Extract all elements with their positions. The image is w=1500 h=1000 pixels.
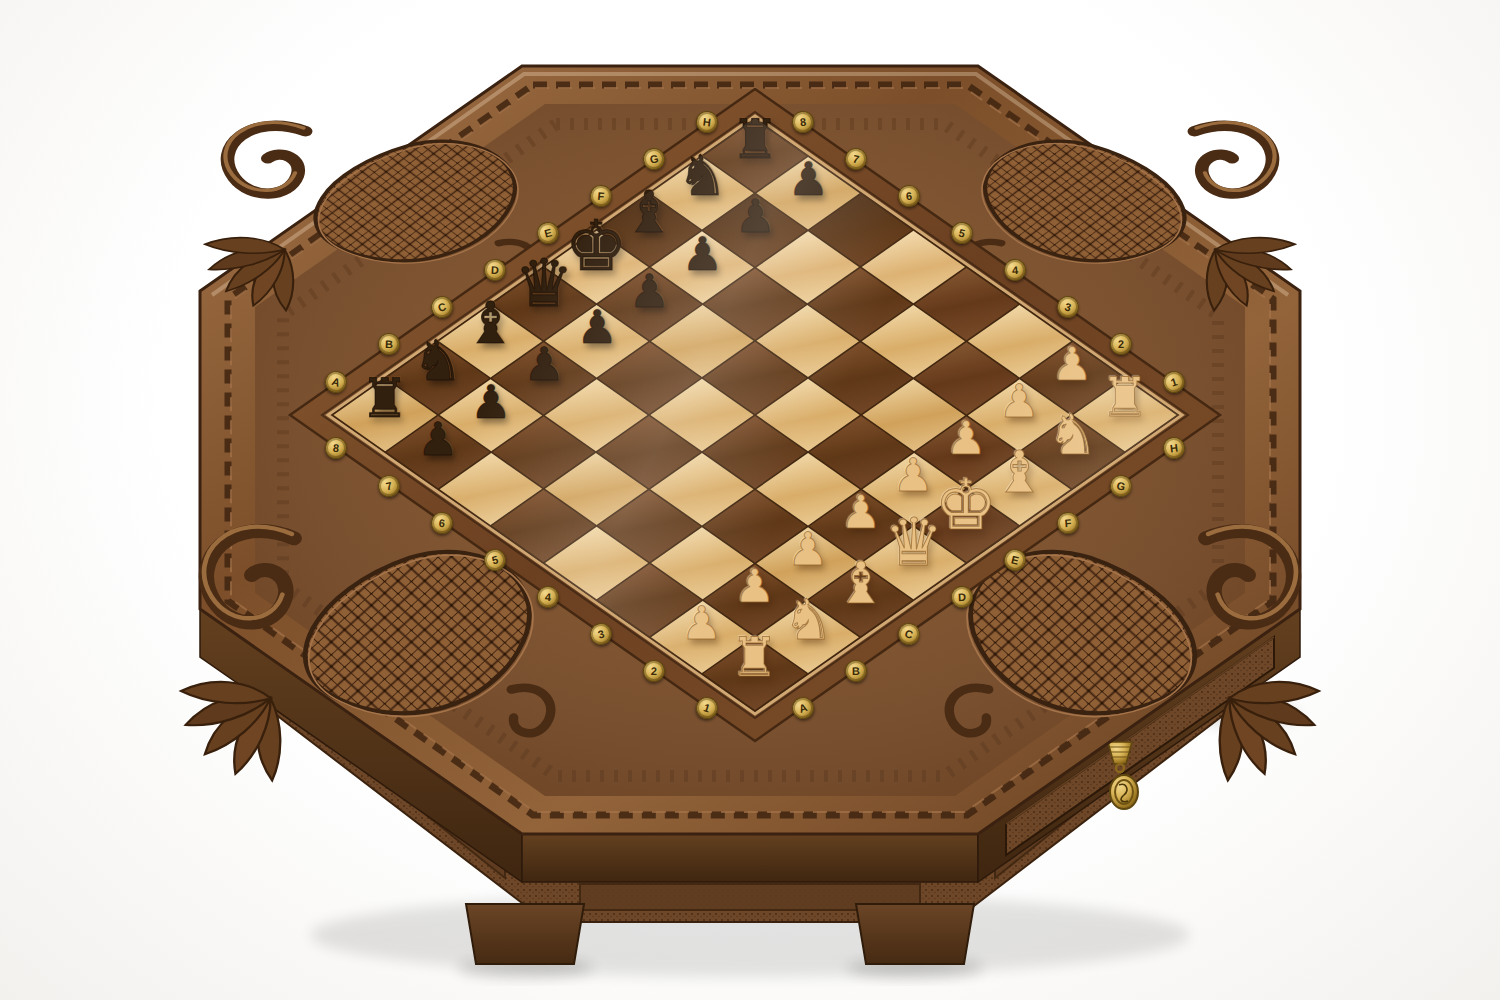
piece-black-knight[interactable]: ♞ bbox=[677, 148, 727, 204]
piece-white-bishop[interactable]: ♝ bbox=[835, 554, 887, 612]
piece-black-pawn[interactable]: ♟ bbox=[682, 230, 723, 276]
piece-white-queen[interactable]: ♛ bbox=[884, 510, 943, 576]
piece-black-king[interactable]: ♚ bbox=[565, 211, 628, 281]
piece-black-bishop[interactable]: ♝ bbox=[465, 295, 517, 353]
piece-white-bishop[interactable]: ♝ bbox=[993, 443, 1045, 501]
carved-chess-box-photo: ♜♟♟♜♞♟♟♞♝♟♟♝♚♟♟♚♛♟♟♛♝♟♟♝♞♟♟♞♜♟♟♜ AA11BB2… bbox=[0, 0, 1500, 1000]
piece-black-pawn[interactable]: ♟ bbox=[523, 341, 564, 387]
piece-black-pawn[interactable]: ♟ bbox=[470, 378, 511, 424]
bracket-foot-center bbox=[856, 904, 974, 964]
piece-white-pawn[interactable]: ♟ bbox=[893, 452, 934, 498]
piece-black-bishop[interactable]: ♝ bbox=[623, 184, 675, 242]
piece-black-pawn[interactable]: ♟ bbox=[576, 304, 617, 350]
piece-white-pawn[interactable]: ♟ bbox=[1052, 341, 1093, 387]
piece-black-pawn[interactable]: ♟ bbox=[629, 267, 670, 313]
piece-white-knight[interactable]: ♞ bbox=[783, 592, 833, 648]
piece-black-pawn[interactable]: ♟ bbox=[417, 415, 458, 461]
piece-white-rook[interactable]: ♜ bbox=[731, 631, 779, 685]
piece-black-rook[interactable]: ♜ bbox=[361, 372, 409, 426]
piece-white-pawn[interactable]: ♟ bbox=[734, 563, 775, 609]
piece-white-knight[interactable]: ♞ bbox=[1047, 407, 1097, 463]
piece-black-rook[interactable]: ♜ bbox=[731, 113, 779, 167]
piece-white-pawn[interactable]: ♟ bbox=[840, 489, 881, 535]
piece-white-pawn[interactable]: ♟ bbox=[787, 526, 828, 572]
piece-black-knight[interactable]: ♞ bbox=[413, 333, 463, 389]
piece-black-pawn[interactable]: ♟ bbox=[787, 156, 828, 202]
piece-black-queen[interactable]: ♛ bbox=[514, 251, 573, 317]
piece-white-pawn[interactable]: ♟ bbox=[682, 600, 723, 646]
bracket-foot-left bbox=[466, 904, 584, 964]
piece-white-pawn[interactable]: ♟ bbox=[946, 415, 987, 461]
piece-white-king[interactable]: ♚ bbox=[935, 470, 998, 540]
coord-disc-file-B-bottom: B bbox=[844, 660, 866, 682]
piece-white-pawn[interactable]: ♟ bbox=[999, 378, 1040, 424]
piece-white-rook[interactable]: ♜ bbox=[1101, 372, 1149, 426]
piece-black-pawn[interactable]: ♟ bbox=[734, 193, 775, 239]
